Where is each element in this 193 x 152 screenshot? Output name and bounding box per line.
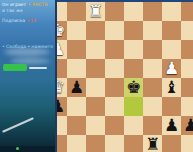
desktop-overlay-panel: Он играет • #ВСТВи так жеПодписка +18• С…: [0, 0, 57, 152]
square-e1[interactable]: [124, 135, 143, 152]
square-f5[interactable]: [143, 59, 162, 78]
square-g4[interactable]: ♝: [162, 78, 181, 97]
square-g6[interactable]: [162, 40, 181, 59]
square-f1[interactable]: ♜: [143, 135, 162, 152]
square-b8[interactable]: [67, 2, 86, 21]
square-b4[interactable]: ♟: [67, 78, 86, 97]
overlay-text-line: и так же: [2, 8, 54, 14]
square-f8[interactable]: [143, 2, 162, 21]
square-h4[interactable]: [181, 78, 193, 97]
square-b3[interactable]: [67, 97, 86, 116]
square-e5[interactable]: [124, 59, 143, 78]
square-h5[interactable]: [181, 59, 193, 78]
square-h3[interactable]: [181, 97, 193, 116]
overlay-text-fragment: • Свобода • нажмите: [2, 44, 53, 49]
square-c5[interactable]: [86, 59, 105, 78]
square-e4[interactable]: ♚: [124, 78, 143, 97]
overlay-text-line: Подписка +18: [2, 18, 54, 24]
overlay-text-fragment: +18: [27, 18, 37, 23]
square-f2[interactable]: [143, 116, 162, 135]
square-b5[interactable]: [67, 59, 86, 78]
square-g7[interactable]: [162, 21, 181, 40]
piece-black-pawn[interactable]: ♟: [69, 78, 84, 97]
square-e8[interactable]: [124, 2, 143, 21]
square-e2[interactable]: [124, 116, 143, 135]
square-f6[interactable]: [143, 40, 162, 59]
chess-board[interactable]: ♜♚♟♟♛♟♚♝♟♟♟♜: [48, 2, 193, 152]
piece-white-rook[interactable]: ♜: [88, 2, 103, 21]
taskbar-strip: [0, 146, 57, 152]
piece-black-rook[interactable]: ♜: [145, 135, 160, 152]
square-c4[interactable]: [86, 78, 105, 97]
screenshot-root: ♜♚♟♟♛♟♚♝♟♟♟♜ Он играет • #ВСТВи так жеПо…: [0, 0, 193, 152]
square-d5[interactable]: [105, 59, 124, 78]
green-badge: [3, 64, 27, 71]
square-d1[interactable]: [105, 135, 124, 152]
square-h1[interactable]: [181, 135, 193, 152]
square-c7[interactable]: [86, 21, 105, 40]
square-f4[interactable]: [143, 78, 162, 97]
square-b6[interactable]: [67, 40, 86, 59]
square-e3[interactable]: [124, 97, 143, 116]
square-g3[interactable]: [162, 97, 181, 116]
contrail-streak: [2, 117, 34, 133]
square-g2[interactable]: ♟: [162, 116, 181, 135]
piece-black-pawn[interactable]: ♟: [183, 116, 193, 135]
overlay-text-fragment: Подписка: [2, 18, 27, 23]
square-c2[interactable]: [86, 116, 105, 135]
square-h2[interactable]: ♟: [181, 116, 193, 135]
square-c8[interactable]: ♜: [86, 2, 105, 21]
square-f7[interactable]: [143, 21, 162, 40]
taskbar-dot: [16, 147, 19, 150]
piece-black-pawn[interactable]: ♟: [164, 116, 179, 135]
overlay-text-fragment: • #ВСТВ: [28, 2, 48, 7]
square-g8[interactable]: [162, 2, 181, 21]
square-h6[interactable]: [181, 40, 193, 59]
square-h7[interactable]: [181, 21, 193, 40]
square-g5[interactable]: ♟: [162, 59, 181, 78]
stream-overlay-text: Он играет • #ВСТВи так жеПодписка +18• С…: [2, 2, 54, 50]
square-c6[interactable]: [86, 40, 105, 59]
square-c3[interactable]: [86, 97, 105, 116]
stream-badge-row: [3, 64, 47, 71]
square-c1[interactable]: [86, 135, 105, 152]
piece-black-king[interactable]: ♚: [126, 78, 141, 97]
square-d4[interactable]: [105, 78, 124, 97]
square-f3[interactable]: [143, 97, 162, 116]
square-d7[interactable]: [105, 21, 124, 40]
square-d8[interactable]: [105, 2, 124, 21]
piece-white-pawn[interactable]: ♟: [164, 59, 179, 78]
overlay-text-line: • Свобода • нажмите: [2, 44, 54, 50]
square-d2[interactable]: [105, 116, 124, 135]
overlay-text-fragment: и так же: [2, 8, 23, 13]
square-b7[interactable]: [67, 21, 86, 40]
overlay-text-fragment: Он играет: [2, 2, 28, 7]
square-g1[interactable]: [162, 135, 181, 152]
square-d6[interactable]: [105, 40, 124, 59]
text-dashes: [29, 67, 47, 69]
square-b1[interactable]: [67, 135, 86, 152]
square-d3[interactable]: [105, 97, 124, 116]
square-h8[interactable]: [181, 2, 193, 21]
square-e6[interactable]: [124, 40, 143, 59]
square-b2[interactable]: [67, 116, 86, 135]
piece-black-bishop[interactable]: ♝: [164, 78, 179, 97]
square-e7[interactable]: [124, 21, 143, 40]
